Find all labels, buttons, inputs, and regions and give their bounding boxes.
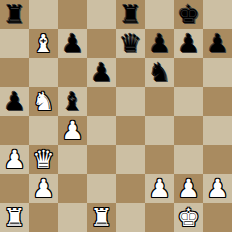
square-f8[interactable] bbox=[145, 0, 174, 29]
black-pawn[interactable]: ♟ bbox=[61, 29, 83, 58]
square-e6[interactable] bbox=[116, 58, 145, 87]
square-b1[interactable] bbox=[29, 203, 58, 232]
white-pawn[interactable]: ♟ bbox=[3, 145, 25, 174]
white-pawn[interactable]: ♟ bbox=[32, 174, 54, 203]
square-c8[interactable] bbox=[58, 0, 87, 29]
square-b4[interactable] bbox=[29, 116, 58, 145]
white-pawn[interactable]: ♟ bbox=[61, 116, 83, 145]
square-a8[interactable]: ♜ bbox=[0, 0, 29, 29]
square-f6[interactable]: ♞ bbox=[145, 58, 174, 87]
square-a5[interactable]: ♟ bbox=[0, 87, 29, 116]
black-knight[interactable]: ♞ bbox=[148, 58, 170, 87]
square-c2[interactable] bbox=[58, 174, 87, 203]
white-pawn[interactable]: ♟ bbox=[148, 174, 170, 203]
square-d2[interactable] bbox=[87, 174, 116, 203]
square-d4[interactable] bbox=[87, 116, 116, 145]
square-h7[interactable]: ♟ bbox=[203, 29, 232, 58]
white-pawn[interactable]: ♟ bbox=[206, 174, 228, 203]
square-a2[interactable] bbox=[0, 174, 29, 203]
black-rook[interactable]: ♜ bbox=[119, 0, 141, 29]
square-g7[interactable]: ♟ bbox=[174, 29, 203, 58]
square-f5[interactable] bbox=[145, 87, 174, 116]
square-e4[interactable] bbox=[116, 116, 145, 145]
square-f2[interactable]: ♟ bbox=[145, 174, 174, 203]
square-d7[interactable] bbox=[87, 29, 116, 58]
square-h8[interactable] bbox=[203, 0, 232, 29]
white-knight[interactable]: ♞ bbox=[32, 87, 54, 116]
white-rook[interactable]: ♜ bbox=[3, 203, 25, 232]
white-king[interactable]: ♚ bbox=[177, 203, 199, 232]
chess-board: ♜♜♚♝♟♛♟♟♟♟♞♟♞♝♟♟♛♟♟♟♟♜♜♚ bbox=[0, 0, 232, 232]
square-g2[interactable]: ♟ bbox=[174, 174, 203, 203]
square-g1[interactable]: ♚ bbox=[174, 203, 203, 232]
square-a7[interactable] bbox=[0, 29, 29, 58]
square-f1[interactable] bbox=[145, 203, 174, 232]
square-g8[interactable]: ♚ bbox=[174, 0, 203, 29]
white-queen[interactable]: ♛ bbox=[32, 145, 54, 174]
square-b3[interactable]: ♛ bbox=[29, 145, 58, 174]
square-h2[interactable]: ♟ bbox=[203, 174, 232, 203]
square-b5[interactable]: ♞ bbox=[29, 87, 58, 116]
square-h5[interactable] bbox=[203, 87, 232, 116]
square-h6[interactable] bbox=[203, 58, 232, 87]
square-a4[interactable] bbox=[0, 116, 29, 145]
square-a6[interactable] bbox=[0, 58, 29, 87]
square-a1[interactable]: ♜ bbox=[0, 203, 29, 232]
square-e8[interactable]: ♜ bbox=[116, 0, 145, 29]
square-e2[interactable] bbox=[116, 174, 145, 203]
square-f7[interactable]: ♟ bbox=[145, 29, 174, 58]
square-f3[interactable] bbox=[145, 145, 174, 174]
white-rook[interactable]: ♜ bbox=[90, 203, 112, 232]
square-b8[interactable] bbox=[29, 0, 58, 29]
square-d3[interactable] bbox=[87, 145, 116, 174]
black-bishop[interactable]: ♝ bbox=[61, 87, 83, 116]
square-e5[interactable] bbox=[116, 87, 145, 116]
square-a3[interactable]: ♟ bbox=[0, 145, 29, 174]
black-pawn[interactable]: ♟ bbox=[3, 87, 25, 116]
square-c6[interactable] bbox=[58, 58, 87, 87]
square-e1[interactable] bbox=[116, 203, 145, 232]
square-g5[interactable] bbox=[174, 87, 203, 116]
black-rook[interactable]: ♜ bbox=[3, 0, 25, 29]
square-c4[interactable]: ♟ bbox=[58, 116, 87, 145]
square-d6[interactable]: ♟ bbox=[87, 58, 116, 87]
square-d1[interactable]: ♜ bbox=[87, 203, 116, 232]
black-pawn[interactable]: ♟ bbox=[206, 29, 228, 58]
white-bishop[interactable]: ♝ bbox=[32, 29, 54, 58]
black-pawn[interactable]: ♟ bbox=[177, 29, 199, 58]
square-b2[interactable]: ♟ bbox=[29, 174, 58, 203]
black-pawn[interactable]: ♟ bbox=[90, 58, 112, 87]
square-c3[interactable] bbox=[58, 145, 87, 174]
square-h1[interactable] bbox=[203, 203, 232, 232]
square-g4[interactable] bbox=[174, 116, 203, 145]
square-d8[interactable] bbox=[87, 0, 116, 29]
square-b7[interactable]: ♝ bbox=[29, 29, 58, 58]
square-c5[interactable]: ♝ bbox=[58, 87, 87, 116]
white-pawn[interactable]: ♟ bbox=[177, 174, 199, 203]
square-f4[interactable] bbox=[145, 116, 174, 145]
square-e3[interactable] bbox=[116, 145, 145, 174]
square-g3[interactable] bbox=[174, 145, 203, 174]
square-h4[interactable] bbox=[203, 116, 232, 145]
black-queen[interactable]: ♛ bbox=[119, 29, 141, 58]
square-e7[interactable]: ♛ bbox=[116, 29, 145, 58]
square-c1[interactable] bbox=[58, 203, 87, 232]
black-pawn[interactable]: ♟ bbox=[148, 29, 170, 58]
square-d5[interactable] bbox=[87, 87, 116, 116]
square-h3[interactable] bbox=[203, 145, 232, 174]
black-king[interactable]: ♚ bbox=[177, 0, 199, 29]
square-c7[interactable]: ♟ bbox=[58, 29, 87, 58]
square-g6[interactable] bbox=[174, 58, 203, 87]
square-b6[interactable] bbox=[29, 58, 58, 87]
